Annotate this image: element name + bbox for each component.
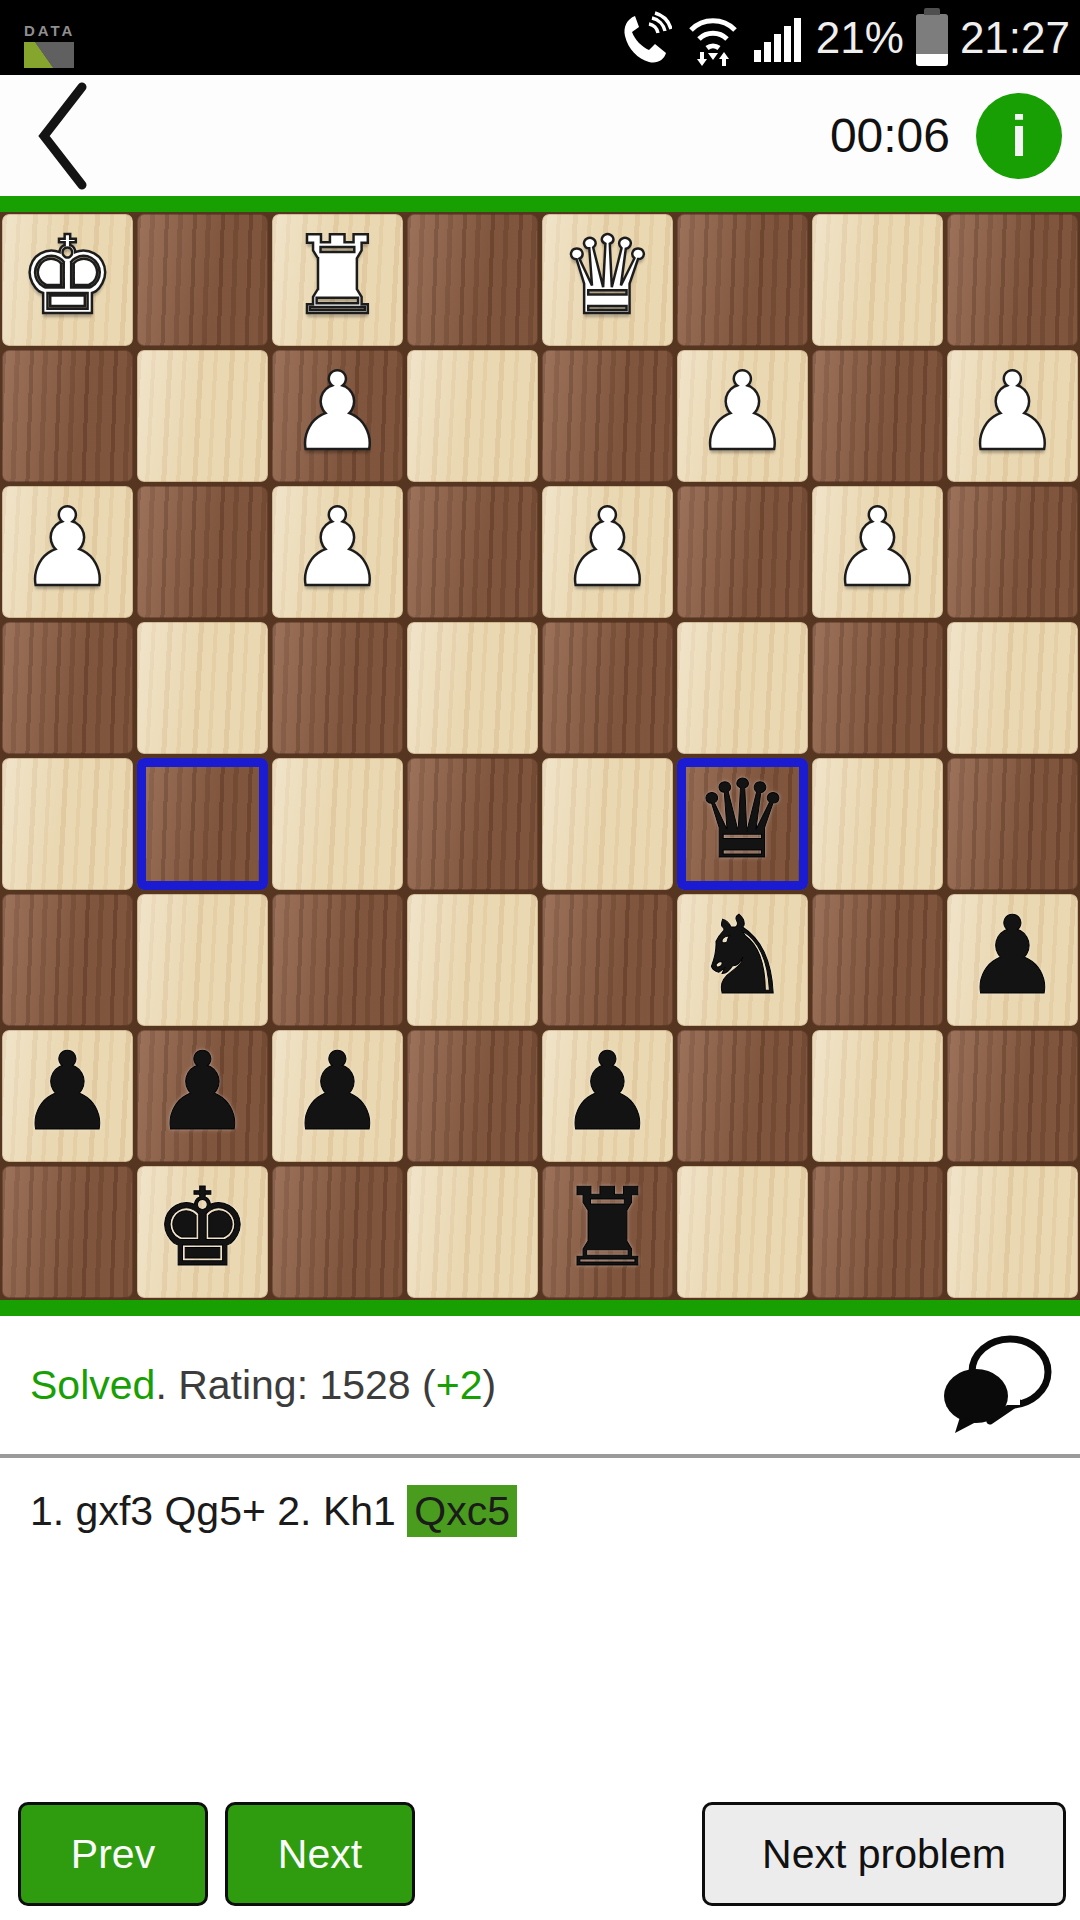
square-f3[interactable]: ♟ bbox=[270, 484, 405, 620]
info-button[interactable]: i bbox=[976, 93, 1062, 179]
button-row: Prev Next Next problem bbox=[0, 1802, 1080, 1920]
data-indicator: DATA bbox=[24, 22, 75, 68]
piece-black-pawn: ♟ bbox=[559, 1038, 656, 1146]
puzzle-timer: 00:06 bbox=[830, 108, 950, 163]
square-g1[interactable] bbox=[135, 212, 270, 348]
square-a2[interactable]: ♟ bbox=[945, 348, 1080, 484]
square-c4[interactable] bbox=[675, 620, 810, 756]
square-g3[interactable] bbox=[135, 484, 270, 620]
square-c2[interactable]: ♟ bbox=[675, 348, 810, 484]
piece-black-queen: ♛ bbox=[694, 766, 791, 874]
square-d6[interactable] bbox=[540, 892, 675, 1028]
battery-icon bbox=[916, 14, 948, 66]
piece-white-pawn: ♟ bbox=[964, 358, 1061, 466]
square-b3[interactable]: ♟ bbox=[810, 484, 945, 620]
square-h1[interactable]: ♚ bbox=[0, 212, 135, 348]
square-e2[interactable] bbox=[405, 348, 540, 484]
square-c3[interactable] bbox=[675, 484, 810, 620]
square-d2[interactable] bbox=[540, 348, 675, 484]
clock: 21:27 bbox=[960, 13, 1070, 63]
battery-percent: 21% bbox=[816, 13, 904, 63]
square-c8[interactable] bbox=[675, 1164, 810, 1300]
next-problem-button[interactable]: Next problem bbox=[702, 1802, 1066, 1906]
square-a4[interactable] bbox=[945, 620, 1080, 756]
square-d8[interactable]: ♜ bbox=[540, 1164, 675, 1300]
square-e8[interactable] bbox=[405, 1164, 540, 1300]
square-c5[interactable]: ♛ bbox=[675, 756, 810, 892]
square-f6[interactable] bbox=[270, 892, 405, 1028]
square-b7[interactable] bbox=[810, 1028, 945, 1164]
wifi-icon bbox=[684, 10, 742, 66]
piece-white-pawn: ♟ bbox=[559, 494, 656, 602]
piece-white-pawn: ♟ bbox=[289, 358, 386, 466]
board-top-strip bbox=[0, 196, 1080, 212]
square-c1[interactable] bbox=[675, 212, 810, 348]
back-button[interactable] bbox=[30, 81, 92, 191]
phone-icon bbox=[618, 11, 672, 65]
signal-strength-icon bbox=[754, 12, 804, 64]
move-list: 1. gxf3 Qg5+ 2. Kh1 Qxc5 bbox=[0, 1458, 1080, 1535]
result-text: Solved. Rating: 1528 (+2) bbox=[30, 1362, 496, 1409]
prev-button[interactable]: Prev bbox=[18, 1802, 208, 1906]
rating-text-close: ) bbox=[482, 1362, 496, 1408]
square-g8[interactable]: ♚ bbox=[135, 1164, 270, 1300]
piece-black-pawn: ♟ bbox=[154, 1038, 251, 1146]
square-b4[interactable] bbox=[810, 620, 945, 756]
square-c6[interactable]: ♞ bbox=[675, 892, 810, 1028]
move-list-text: 1. gxf3 Qg5+ 2. Kh1 bbox=[30, 1488, 407, 1534]
square-h7[interactable]: ♟ bbox=[0, 1028, 135, 1164]
square-b1[interactable] bbox=[810, 212, 945, 348]
square-f1[interactable]: ♜ bbox=[270, 212, 405, 348]
board-bottom-strip bbox=[0, 1300, 1080, 1316]
piece-white-pawn: ♟ bbox=[289, 494, 386, 602]
square-b6[interactable] bbox=[810, 892, 945, 1028]
square-c7[interactable] bbox=[675, 1028, 810, 1164]
next-button[interactable]: Next bbox=[225, 1802, 415, 1906]
piece-white-pawn: ♟ bbox=[829, 494, 926, 602]
square-a3[interactable] bbox=[945, 484, 1080, 620]
square-a7[interactable] bbox=[945, 1028, 1080, 1164]
square-h5[interactable] bbox=[0, 756, 135, 892]
square-d7[interactable]: ♟ bbox=[540, 1028, 675, 1164]
square-f8[interactable] bbox=[270, 1164, 405, 1300]
piece-black-king: ♚ bbox=[154, 1174, 251, 1282]
square-g2[interactable] bbox=[135, 348, 270, 484]
square-a5[interactable] bbox=[945, 756, 1080, 892]
square-h3[interactable]: ♟ bbox=[0, 484, 135, 620]
piece-white-queen: ♛ bbox=[559, 222, 656, 330]
piece-white-pawn: ♟ bbox=[19, 494, 116, 602]
square-d1[interactable]: ♛ bbox=[540, 212, 675, 348]
square-d3[interactable]: ♟ bbox=[540, 484, 675, 620]
square-g6[interactable] bbox=[135, 892, 270, 1028]
square-e5[interactable] bbox=[405, 756, 540, 892]
square-a8[interactable] bbox=[945, 1164, 1080, 1300]
app-header: 00:06 i bbox=[0, 75, 1080, 196]
square-e3[interactable] bbox=[405, 484, 540, 620]
info-icon: i bbox=[1011, 107, 1027, 165]
solved-status: Solved bbox=[30, 1362, 155, 1408]
square-f2[interactable]: ♟ bbox=[270, 348, 405, 484]
square-a6[interactable]: ♟ bbox=[945, 892, 1080, 1028]
piece-white-rook: ♜ bbox=[289, 222, 386, 330]
square-b5[interactable] bbox=[810, 756, 945, 892]
data-label: DATA bbox=[24, 22, 75, 39]
square-e6[interactable] bbox=[405, 892, 540, 1028]
rating-delta: +2 bbox=[436, 1362, 483, 1408]
square-e1[interactable] bbox=[405, 212, 540, 348]
square-a1[interactable] bbox=[945, 212, 1080, 348]
square-f5[interactable] bbox=[270, 756, 405, 892]
square-g5[interactable] bbox=[135, 756, 270, 892]
result-row: Solved. Rating: 1528 (+2) bbox=[0, 1316, 1080, 1454]
piece-white-pawn: ♟ bbox=[694, 358, 791, 466]
square-b8[interactable] bbox=[810, 1164, 945, 1300]
data-usage-icon bbox=[24, 42, 74, 68]
piece-black-pawn: ♟ bbox=[964, 902, 1061, 1010]
square-b2[interactable] bbox=[810, 348, 945, 484]
square-g7[interactable]: ♟ bbox=[135, 1028, 270, 1164]
square-h4[interactable] bbox=[0, 620, 135, 756]
square-d4[interactable] bbox=[540, 620, 675, 756]
square-f4[interactable] bbox=[270, 620, 405, 756]
piece-black-pawn: ♟ bbox=[289, 1038, 386, 1146]
chess-board: ♚♜♛♟♟♟♟♟♟♟♛♞♟♟♟♟♟♚♜ bbox=[0, 212, 1080, 1300]
rating-text: . Rating: 1528 ( bbox=[155, 1362, 435, 1408]
status-bar: DATA 21% 21:27 bbox=[0, 0, 1080, 75]
chat-icon[interactable] bbox=[942, 1335, 1054, 1435]
square-g4[interactable] bbox=[135, 620, 270, 756]
square-h8[interactable] bbox=[0, 1164, 135, 1300]
square-e4[interactable] bbox=[405, 620, 540, 756]
piece-black-rook: ♜ bbox=[559, 1174, 656, 1282]
piece-white-king: ♚ bbox=[19, 222, 116, 330]
highlighted-move[interactable]: Qxc5 bbox=[407, 1485, 517, 1537]
square-d5[interactable] bbox=[540, 756, 675, 892]
piece-black-pawn: ♟ bbox=[19, 1038, 116, 1146]
square-f7[interactable]: ♟ bbox=[270, 1028, 405, 1164]
piece-black-knight: ♞ bbox=[694, 902, 791, 1010]
square-e7[interactable] bbox=[405, 1028, 540, 1164]
square-h6[interactable] bbox=[0, 892, 135, 1028]
square-h2[interactable] bbox=[0, 348, 135, 484]
